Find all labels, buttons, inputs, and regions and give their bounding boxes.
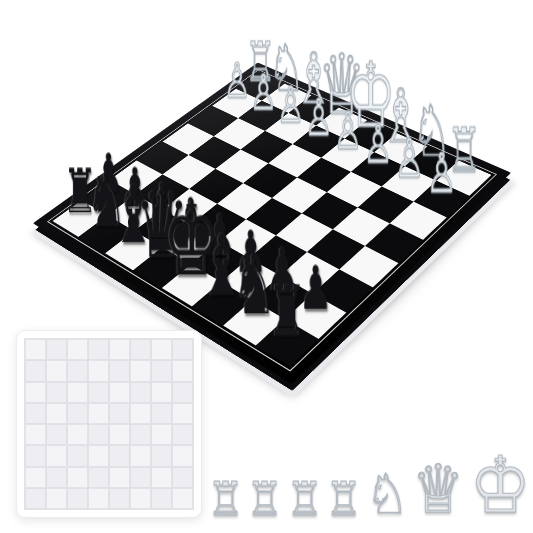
mold-cell bbox=[46, 424, 67, 445]
frosted-piece-lineup: ♖♖♖♖♘♕♔♗♖ bbox=[206, 436, 528, 520]
mold-cell bbox=[67, 339, 88, 360]
mold-cell bbox=[151, 467, 172, 488]
mold-cell bbox=[88, 382, 109, 403]
mold-cell bbox=[130, 339, 151, 360]
board-squares bbox=[53, 72, 492, 366]
mold-cell bbox=[172, 382, 193, 403]
mold-cell bbox=[67, 467, 88, 488]
mold-cell bbox=[109, 360, 130, 381]
mold-cell bbox=[46, 445, 67, 466]
mold-cell bbox=[25, 488, 46, 509]
mold-cell bbox=[67, 403, 88, 424]
mold-cell bbox=[67, 360, 88, 381]
mold-cell bbox=[172, 360, 193, 381]
mold-cell bbox=[151, 488, 172, 509]
mold-cell bbox=[25, 360, 46, 381]
mold-cell bbox=[25, 403, 46, 424]
mold-cell bbox=[109, 467, 130, 488]
mold-cell bbox=[88, 360, 109, 381]
lineup-piece-knight-4: ♘ bbox=[366, 469, 409, 520]
mold-cell bbox=[88, 339, 109, 360]
mold-cell bbox=[130, 488, 151, 509]
mold-cell bbox=[151, 339, 172, 360]
mold-cell bbox=[46, 339, 67, 360]
mold-cell bbox=[151, 424, 172, 445]
mold-cell bbox=[130, 360, 151, 381]
mold-cell bbox=[172, 403, 193, 424]
mold-cell bbox=[67, 424, 88, 445]
mold-cell bbox=[172, 467, 193, 488]
mold-cell bbox=[25, 467, 46, 488]
mold-cell bbox=[172, 488, 193, 509]
mold-cell bbox=[25, 382, 46, 403]
mold-cell bbox=[172, 339, 193, 360]
board-mold bbox=[16, 330, 202, 518]
mold-cell bbox=[67, 382, 88, 403]
lineup-piece-rook-style-pawn-3: ♖ bbox=[326, 477, 362, 520]
lineup-piece-rook-style-pawn-1: ♖ bbox=[247, 477, 283, 520]
mold-cell bbox=[109, 488, 130, 509]
mold-cell bbox=[46, 488, 67, 509]
mold-cell bbox=[130, 445, 151, 466]
lineup-piece-king-6: ♔ bbox=[470, 448, 531, 520]
mold-cell bbox=[46, 403, 67, 424]
mold-cell bbox=[151, 360, 172, 381]
mold-cell bbox=[25, 339, 46, 360]
mold-cell bbox=[151, 445, 172, 466]
mold-cell bbox=[88, 467, 109, 488]
mold-cell bbox=[46, 467, 67, 488]
mold-cell bbox=[151, 382, 172, 403]
mold-cell bbox=[46, 382, 67, 403]
mold-cell bbox=[88, 424, 109, 445]
mold-cell bbox=[109, 403, 130, 424]
mold-cell bbox=[130, 467, 151, 488]
mold-cell bbox=[109, 382, 130, 403]
mold-cell bbox=[88, 403, 109, 424]
mold-cell bbox=[130, 424, 151, 445]
mold-cell bbox=[67, 488, 88, 509]
mold-cell bbox=[25, 424, 46, 445]
mold-cell bbox=[130, 403, 151, 424]
mold-cell bbox=[88, 445, 109, 466]
lineup-piece-rook-style-pawn-0: ♖ bbox=[208, 477, 244, 520]
mold-cell bbox=[109, 445, 130, 466]
mold-cell bbox=[46, 360, 67, 381]
mold-cell bbox=[67, 445, 88, 466]
mold-cell bbox=[25, 445, 46, 466]
mold-cell bbox=[88, 488, 109, 509]
lineup-piece-queen-5: ♕ bbox=[413, 459, 465, 520]
mold-cell bbox=[109, 339, 130, 360]
mold-cell bbox=[130, 382, 151, 403]
mold-cell bbox=[172, 445, 193, 466]
mold-cell bbox=[151, 403, 172, 424]
board-mold-grid bbox=[24, 338, 194, 510]
lineup-piece-rook-style-pawn-2: ♖ bbox=[286, 477, 322, 520]
mold-cell bbox=[109, 424, 130, 445]
mold-cell bbox=[172, 424, 193, 445]
